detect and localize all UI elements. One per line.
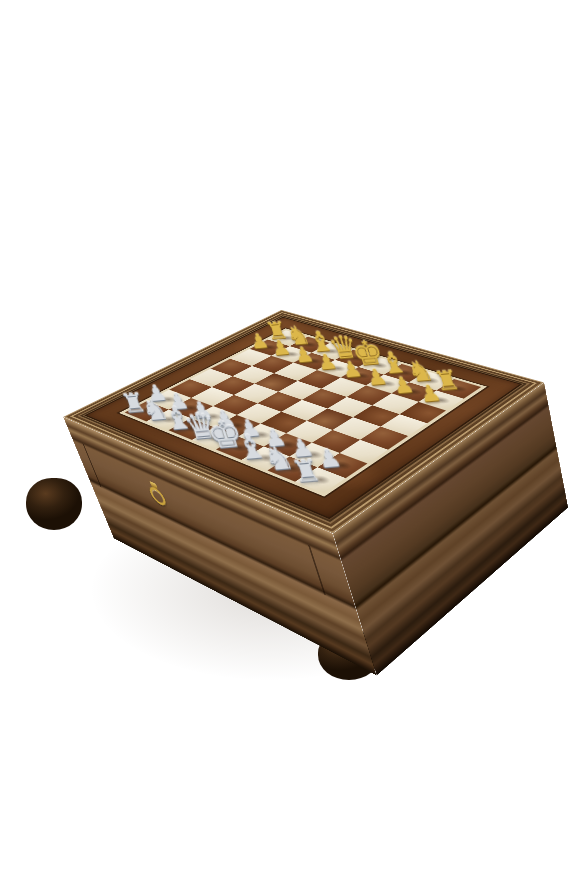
drawer-ring-pull bbox=[143, 478, 171, 509]
drawer-seam-left bbox=[83, 444, 102, 488]
camera-tilt: ♜♞♝♛♚♝♞♜♟♟♟♟♟♟♟♟♟♟♟♟♟♟♟♟♜♞♝♛♚♝♞♜ bbox=[0, 0, 580, 870]
scene: ♜♞♝♛♚♝♞♜♟♟♟♟♟♟♟♟♟♟♟♟♟♟♟♟♜♞♝♛♚♝♞♜ bbox=[0, 0, 580, 870]
product-photo: ♜♞♝♛♚♝♞♜♟♟♟♟♟♟♟♟♟♟♟♟♟♟♟♟♜♞♝♛♚♝♞♜ bbox=[0, 0, 580, 870]
piece-silver-rook: ♜ bbox=[277, 454, 337, 488]
drawer-seam-right bbox=[308, 545, 326, 595]
ring-icon bbox=[147, 484, 168, 508]
piece-gold-pawn: ♟ bbox=[404, 381, 456, 407]
chess-box: ♜♞♝♛♚♝♞♜♟♟♟♟♟♟♟♟♟♟♟♟♟♟♟♟♜♞♝♛♚♝♞♜ bbox=[63, 310, 544, 534]
